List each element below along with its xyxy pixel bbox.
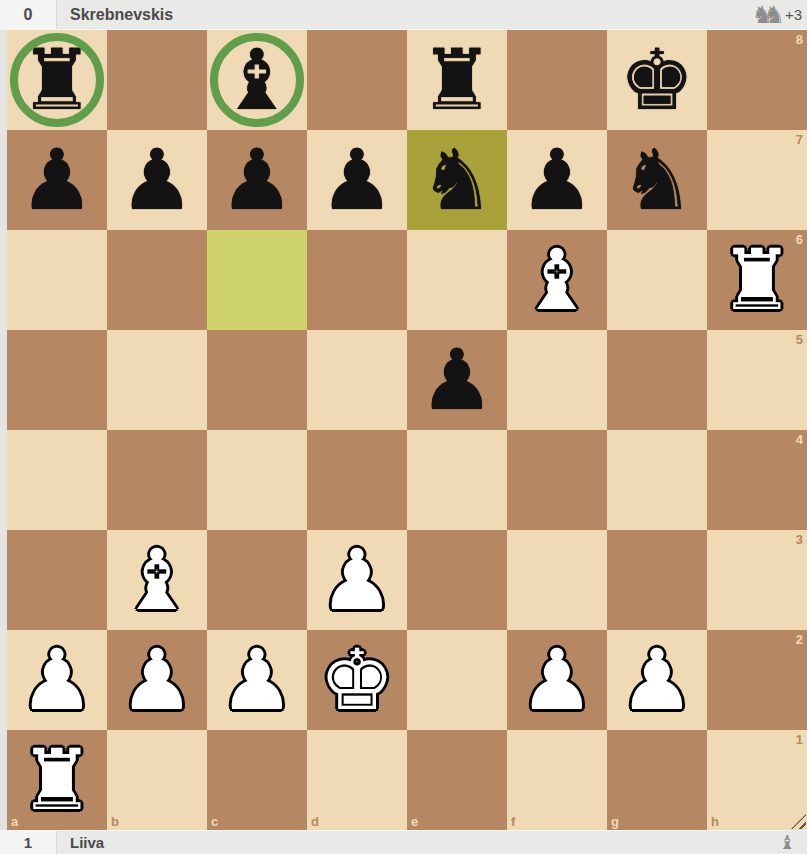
square-a8[interactable]: ♜	[7, 30, 107, 130]
square-e1[interactable]: e	[407, 730, 507, 830]
square-b4[interactable]	[107, 430, 207, 530]
square-d1[interactable]: d	[307, 730, 407, 830]
piece-black-rook[interactable]: ♜	[7, 30, 107, 130]
rank-label-1: 1	[796, 732, 803, 747]
rank-label-7: 7	[796, 132, 803, 147]
piece-black-knight[interactable]: ♞	[407, 130, 507, 230]
square-g7[interactable]: ♞	[607, 130, 707, 230]
rank-label-5: 5	[796, 332, 803, 347]
piece-white-rook[interactable]: ♜	[7, 730, 107, 830]
square-b5[interactable]	[107, 330, 207, 430]
square-d6[interactable]	[307, 230, 407, 330]
square-d2[interactable]: ♚	[307, 630, 407, 730]
square-a1[interactable]: ♜a	[7, 730, 107, 830]
piece-black-knight[interactable]: ♞	[607, 130, 707, 230]
piece-black-bishop[interactable]: ♝	[207, 30, 307, 130]
square-f7[interactable]: ♟	[507, 130, 607, 230]
piece-black-pawn[interactable]: ♟	[207, 130, 307, 230]
square-g5[interactable]	[607, 330, 707, 430]
square-f4[interactable]	[507, 430, 607, 530]
piece-white-pawn[interactable]: ♟	[607, 630, 707, 730]
piece-black-king[interactable]: ♚	[607, 30, 707, 130]
square-c4[interactable]	[207, 430, 307, 530]
square-g8[interactable]: ♚	[607, 30, 707, 130]
square-e6[interactable]	[407, 230, 507, 330]
square-f1[interactable]: f	[507, 730, 607, 830]
square-e4[interactable]	[407, 430, 507, 530]
square-a6[interactable]	[7, 230, 107, 330]
square-e2[interactable]	[407, 630, 507, 730]
square-f2[interactable]: ♟	[507, 630, 607, 730]
square-e5[interactable]: ♟	[407, 330, 507, 430]
square-a3[interactable]	[7, 530, 107, 630]
square-e3[interactable]	[407, 530, 507, 630]
top-player-score: 0	[0, 0, 57, 29]
square-d3[interactable]: ♟	[307, 530, 407, 630]
square-e7[interactable]: ♞	[407, 130, 507, 230]
square-d7[interactable]: ♟	[307, 130, 407, 230]
file-label-f: f	[511, 814, 515, 829]
piece-white-pawn[interactable]: ♟	[107, 630, 207, 730]
square-c5[interactable]	[207, 330, 307, 430]
square-a5[interactable]	[7, 330, 107, 430]
file-label-c: c	[211, 814, 218, 829]
piece-black-pawn[interactable]: ♟	[107, 130, 207, 230]
square-c2[interactable]: ♟	[207, 630, 307, 730]
piece-white-bishop[interactable]: ♝	[107, 530, 207, 630]
top-captured-pieces: ♞♞	[752, 3, 785, 27]
square-g2[interactable]: ♟	[607, 630, 707, 730]
square-d5[interactable]	[307, 330, 407, 430]
square-b1[interactable]: b	[107, 730, 207, 830]
piece-white-pawn[interactable]: ♟	[7, 630, 107, 730]
file-label-e: e	[411, 814, 418, 829]
captured-bishop-icon: ♝	[779, 831, 796, 853]
square-b8[interactable]	[107, 30, 207, 130]
square-g4[interactable]	[607, 430, 707, 530]
rank-label-4: 4	[796, 432, 803, 447]
piece-black-rook[interactable]: ♜	[407, 30, 507, 130]
square-g6[interactable]	[607, 230, 707, 330]
square-b6[interactable]	[107, 230, 207, 330]
top-player-name: Skrebnevskis	[70, 6, 173, 24]
file-label-b: b	[111, 814, 119, 829]
file-label-g: g	[611, 814, 619, 829]
square-a2[interactable]: ♟	[7, 630, 107, 730]
top-player-bar: 0 Skrebnevskis ♞♞ +3	[0, 0, 807, 30]
square-h3[interactable]: 3	[707, 530, 807, 630]
captured-knight-icon: ♞	[752, 1, 764, 29]
piece-black-pawn[interactable]: ♟	[7, 130, 107, 230]
square-b2[interactable]: ♟	[107, 630, 207, 730]
captured-knight-icon: ♞	[763, 1, 775, 29]
square-h2[interactable]: 2	[707, 630, 807, 730]
bottom-player-name: Liiva	[70, 834, 104, 851]
bottom-player-score: 1	[0, 831, 57, 854]
square-h6[interactable]: ♜6	[707, 230, 807, 330]
bottom-captured-pieces: ♝	[779, 833, 802, 852]
chess-board[interactable]: ♜♝♜♚8♟♟♟♟♞♟♞7♝♜6♟54♝♟3♟♟♟♚♟♟2♜abcdefg1h	[7, 30, 807, 830]
top-material-advantage: +3	[785, 6, 802, 23]
bottom-player-bar: 1 Liiva ♝	[0, 830, 807, 854]
square-c6[interactable]	[207, 230, 307, 330]
piece-black-pawn[interactable]: ♟	[407, 330, 507, 430]
piece-white-pawn[interactable]: ♟	[307, 530, 407, 630]
square-b3[interactable]: ♝	[107, 530, 207, 630]
file-label-d: d	[311, 814, 319, 829]
square-h8[interactable]: 8	[707, 30, 807, 130]
square-g3[interactable]	[607, 530, 707, 630]
piece-white-pawn[interactable]: ♟	[207, 630, 307, 730]
square-f8[interactable]	[507, 30, 607, 130]
rank-label-3: 3	[796, 532, 803, 547]
square-c1[interactable]: c	[207, 730, 307, 830]
piece-white-rook[interactable]: ♜	[707, 230, 807, 330]
piece-black-pawn[interactable]: ♟	[507, 130, 607, 230]
square-a7[interactable]: ♟	[7, 130, 107, 230]
piece-white-bishop[interactable]: ♝	[507, 230, 607, 330]
square-b7[interactable]: ♟	[107, 130, 207, 230]
square-c3[interactable]	[207, 530, 307, 630]
piece-white-king[interactable]: ♚	[307, 630, 407, 730]
square-f5[interactable]	[507, 330, 607, 430]
square-d8[interactable]	[307, 30, 407, 130]
square-d4[interactable]	[307, 430, 407, 530]
rank-label-2: 2	[796, 632, 803, 647]
square-f6[interactable]: ♝	[507, 230, 607, 330]
rank-label-8: 8	[796, 32, 803, 47]
file-label-h: h	[711, 814, 719, 829]
square-h4[interactable]: 4	[707, 430, 807, 530]
piece-white-pawn[interactable]: ♟	[507, 630, 607, 730]
square-h5[interactable]: 5	[707, 330, 807, 430]
chess-game-screen: 0 Skrebnevskis ♞♞ +3 ♜♝♜♚8♟♟♟♟♞♟♞7♝♜6♟54…	[0, 0, 807, 854]
square-h7[interactable]: 7	[707, 130, 807, 230]
square-c8[interactable]: ♝	[207, 30, 307, 130]
square-g1[interactable]: g	[607, 730, 707, 830]
square-a4[interactable]	[7, 430, 107, 530]
square-c7[interactable]: ♟	[207, 130, 307, 230]
piece-black-pawn[interactable]: ♟	[307, 130, 407, 230]
square-e8[interactable]: ♜	[407, 30, 507, 130]
square-h1[interactable]: 1h	[707, 730, 807, 830]
square-f3[interactable]	[507, 530, 607, 630]
